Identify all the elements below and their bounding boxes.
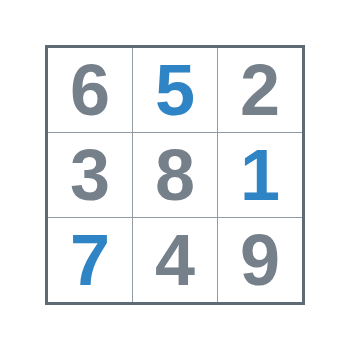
- cell-r0c1[interactable]: 5: [133, 48, 217, 132]
- cell-r0c2[interactable]: 2: [218, 48, 302, 132]
- cell-r2c0[interactable]: 7: [48, 218, 132, 302]
- cell-r2c2[interactable]: 9: [218, 218, 302, 302]
- cell-r1c2[interactable]: 1: [218, 133, 302, 217]
- sudoku-board: 652381749: [45, 45, 305, 305]
- cell-r1c0[interactable]: 3: [48, 133, 132, 217]
- cell-r1c1[interactable]: 8: [133, 133, 217, 217]
- cell-r2c1[interactable]: 4: [133, 218, 217, 302]
- cell-r0c0[interactable]: 6: [48, 48, 132, 132]
